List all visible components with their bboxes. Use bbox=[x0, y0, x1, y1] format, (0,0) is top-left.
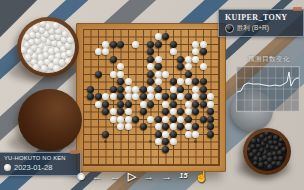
white-stone bbox=[147, 93, 154, 100]
bowl-stone bbox=[21, 47, 27, 54]
black-stone bbox=[155, 116, 162, 123]
black-stone bbox=[117, 78, 124, 85]
white-stone bbox=[125, 108, 132, 115]
white-stone bbox=[155, 93, 162, 100]
chart-title: 预测目数变化 bbox=[236, 55, 302, 64]
date-line: 2023-01-28 bbox=[4, 163, 76, 172]
black-stone bbox=[162, 138, 169, 145]
white-stone bbox=[162, 101, 169, 108]
bowl-stone bbox=[279, 137, 285, 143]
bowl-stone bbox=[276, 161, 282, 167]
black-stone bbox=[87, 86, 94, 93]
white-stone bbox=[185, 123, 192, 130]
skip-15-icon[interactable]: 15 bbox=[179, 169, 187, 183]
bowl-stone bbox=[253, 161, 259, 167]
black-stone bbox=[147, 48, 154, 55]
white-stone bbox=[192, 41, 199, 48]
white-stone bbox=[117, 123, 124, 130]
black-stone bbox=[117, 108, 124, 115]
bowl-stone bbox=[67, 37, 74, 44]
black-stone bbox=[155, 86, 162, 93]
black-stone bbox=[110, 56, 117, 63]
white-stone bbox=[147, 86, 154, 93]
white-stone bbox=[185, 78, 192, 85]
black-stone bbox=[170, 116, 177, 123]
white-stone bbox=[95, 48, 102, 55]
white-player-name: YU-HOKUTO NO KEN bbox=[4, 155, 76, 161]
black-stone bbox=[87, 93, 94, 100]
white-stone bbox=[177, 93, 184, 100]
white-stone bbox=[185, 101, 192, 108]
black-stone bbox=[132, 116, 139, 123]
black-stone bbox=[110, 41, 117, 48]
white-stone bbox=[125, 116, 132, 123]
black-stone bbox=[200, 93, 207, 100]
white-stone bbox=[185, 131, 192, 138]
black-stone bbox=[140, 86, 147, 93]
white-stone bbox=[192, 131, 199, 138]
white-stone-bowl-stones bbox=[21, 21, 75, 73]
white-stone bbox=[147, 63, 154, 70]
white-stone bbox=[155, 123, 162, 130]
bowl-stone bbox=[53, 65, 60, 72]
date-panel-badge bbox=[70, 150, 79, 154]
black-stone bbox=[185, 93, 192, 100]
result-line[interactable]: 胜利 (B+R) bbox=[225, 24, 299, 33]
black-player-panel: KUIPER_TONY 胜利 (B+R) bbox=[218, 9, 304, 37]
black-stone bbox=[117, 41, 124, 48]
white-stone bbox=[155, 33, 162, 40]
bowl-stone bbox=[258, 162, 264, 168]
white-stone bbox=[185, 56, 192, 63]
game-date: 2023-01-28 bbox=[14, 163, 52, 172]
black-stone bbox=[200, 86, 207, 93]
white-stone bbox=[170, 86, 177, 93]
play-icon[interactable]: ▷ bbox=[128, 169, 136, 183]
black-stone bbox=[177, 123, 184, 130]
white-stone bbox=[132, 86, 139, 93]
white-stone bbox=[102, 48, 109, 55]
bowl-stone bbox=[66, 50, 73, 57]
white-stone bbox=[170, 108, 177, 115]
white-stone bbox=[132, 41, 139, 48]
bowl-stone bbox=[65, 42, 72, 49]
score-chart bbox=[236, 66, 300, 112]
white-stone bbox=[192, 48, 199, 55]
black-stone bbox=[170, 101, 177, 108]
black-stone bbox=[102, 131, 109, 138]
black-stone bbox=[185, 71, 192, 78]
black-stone bbox=[177, 86, 184, 93]
white-stone bbox=[132, 93, 139, 100]
game-result: 胜利 (B+R) bbox=[237, 24, 269, 33]
bowl-lid-dark bbox=[18, 89, 82, 151]
bowl-stone bbox=[29, 32, 36, 39]
black-stone bbox=[117, 101, 124, 108]
black-stone bbox=[192, 108, 199, 115]
white-stone bbox=[185, 63, 192, 70]
bowl-stone bbox=[33, 64, 40, 71]
hoshi-point bbox=[149, 140, 152, 143]
white-stone bbox=[177, 78, 184, 85]
white-stone bbox=[162, 116, 169, 123]
white-stone bbox=[155, 78, 162, 85]
white-stone bbox=[125, 78, 132, 85]
black-stone bbox=[177, 63, 184, 70]
black-stone bbox=[170, 93, 177, 100]
black-stone bbox=[170, 78, 177, 85]
white-stone bbox=[110, 71, 117, 78]
white-stone bbox=[170, 48, 177, 55]
white-stone bbox=[102, 41, 109, 48]
black-stone bbox=[140, 123, 147, 130]
black-stone bbox=[110, 86, 117, 93]
white-player-panel: YU-HOKUTO NO KEN 2023-01-28 bbox=[0, 152, 81, 176]
black-stone bbox=[147, 71, 154, 78]
black-stone bbox=[140, 93, 147, 100]
white-stone bbox=[95, 101, 102, 108]
black-stone bbox=[117, 86, 124, 93]
black-stone bbox=[147, 56, 154, 63]
black-stone bbox=[192, 78, 199, 85]
bowl-stone bbox=[278, 156, 284, 162]
black-stone bbox=[147, 78, 154, 85]
white-stone bbox=[177, 116, 184, 123]
black-stone bbox=[162, 146, 169, 153]
white-stone bbox=[117, 116, 124, 123]
black-stone bbox=[200, 48, 207, 55]
bowl-stone bbox=[249, 152, 255, 158]
black-stone bbox=[200, 101, 207, 108]
black-stone-bowl bbox=[243, 128, 291, 175]
black-stone bbox=[140, 108, 147, 115]
bowl-stone bbox=[281, 147, 287, 153]
black-stone bbox=[125, 101, 132, 108]
white-stone bbox=[110, 108, 117, 115]
jump-forward-icon[interactable]: → bbox=[161, 169, 172, 183]
white-stone bbox=[102, 93, 109, 100]
bowl-stone bbox=[247, 147, 252, 153]
black-stone bbox=[170, 41, 177, 48]
step-back-icon[interactable]: ← bbox=[110, 169, 121, 183]
white-stone bbox=[147, 116, 154, 123]
white-stone bbox=[110, 93, 117, 100]
black-stone bbox=[207, 131, 214, 138]
white-stone-icon bbox=[4, 164, 11, 171]
bowl-stone bbox=[33, 25, 40, 32]
bowl-stone bbox=[40, 21, 47, 27]
white-stone bbox=[117, 63, 124, 70]
white-stone bbox=[192, 93, 199, 100]
black-stone bbox=[162, 93, 169, 100]
black-stone bbox=[162, 123, 169, 130]
go-app-scene: { "game": "go", "board_size": 19, "posit… bbox=[0, 0, 304, 190]
black-stone bbox=[207, 116, 214, 123]
black-stone bbox=[192, 123, 199, 130]
white-stone bbox=[192, 86, 199, 93]
white-stone bbox=[207, 101, 214, 108]
white-stone bbox=[162, 131, 169, 138]
black-stone bbox=[95, 93, 102, 100]
black-stone bbox=[177, 56, 184, 63]
black-stone bbox=[147, 101, 154, 108]
white-stone bbox=[162, 71, 169, 78]
black-stone bbox=[102, 101, 109, 108]
bowl-stone bbox=[267, 164, 273, 170]
replay-toolbar: ◉←←▷→→15☝ bbox=[77, 169, 208, 183]
white-stone bbox=[140, 101, 147, 108]
hoshi-point bbox=[194, 140, 197, 143]
white-stone bbox=[185, 108, 192, 115]
black-stone bbox=[102, 108, 109, 115]
black-stone bbox=[207, 108, 214, 115]
black-stone bbox=[192, 101, 199, 108]
white-stone bbox=[200, 63, 207, 70]
black-stone bbox=[200, 116, 207, 123]
white-stone bbox=[125, 123, 132, 130]
white-stone bbox=[125, 86, 132, 93]
bowl-stone bbox=[251, 138, 257, 144]
stone-marker-icon[interactable]: ◉ bbox=[77, 169, 85, 183]
black-stone bbox=[147, 41, 154, 48]
board-grid[interactable] bbox=[83, 29, 220, 166]
black-stone bbox=[95, 71, 102, 78]
score-chart-panel: 预测目数变化 bbox=[236, 55, 302, 116]
black-stone bbox=[162, 33, 169, 40]
black-stone bbox=[117, 93, 124, 100]
bowl-stone bbox=[34, 38, 41, 45]
white-stone bbox=[155, 138, 162, 145]
bowl-stone bbox=[65, 58, 72, 65]
white-stone bbox=[170, 123, 177, 130]
white-stone bbox=[170, 138, 177, 145]
white-stone-bowl bbox=[17, 17, 79, 77]
black-stone bbox=[177, 108, 184, 115]
black-stone bbox=[200, 78, 207, 85]
white-stone bbox=[207, 93, 214, 100]
pointer-icon[interactable]: ☝ bbox=[195, 169, 209, 183]
step-forward-icon[interactable]: → bbox=[143, 169, 154, 183]
black-stone bbox=[207, 123, 214, 130]
black-stone-bowl-stones bbox=[247, 132, 287, 171]
white-stone bbox=[110, 116, 117, 123]
white-stone bbox=[200, 41, 207, 48]
black-stone bbox=[155, 41, 162, 48]
black-stone bbox=[170, 131, 177, 138]
bowl-stone bbox=[62, 31, 69, 38]
white-stone bbox=[192, 56, 199, 63]
go-board[interactable] bbox=[76, 23, 226, 172]
white-stone bbox=[125, 93, 132, 100]
bowl-stone bbox=[273, 135, 279, 141]
hoshi-point bbox=[104, 140, 107, 143]
bowl-stone bbox=[256, 143, 262, 149]
black-stone bbox=[155, 63, 162, 70]
white-stone bbox=[117, 71, 124, 78]
bowl-stone bbox=[53, 22, 60, 29]
white-stone bbox=[155, 56, 162, 63]
bowl-stone bbox=[41, 65, 48, 72]
black-player-name: KUIPER_TONY bbox=[225, 13, 299, 22]
black-stone bbox=[185, 116, 192, 123]
bowl-stone bbox=[25, 54, 32, 61]
black-stone-icon bbox=[225, 24, 234, 33]
white-stone bbox=[155, 71, 162, 78]
player-panel-badge bbox=[293, 7, 302, 11]
black-stone bbox=[155, 131, 162, 138]
black-stone bbox=[162, 108, 169, 115]
jump-back-icon[interactable]: ← bbox=[92, 169, 103, 183]
